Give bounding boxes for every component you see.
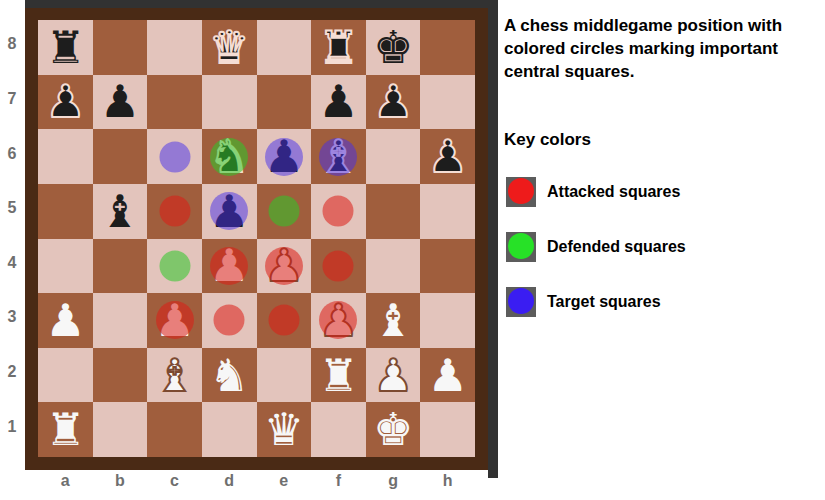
square-c6[interactable] <box>147 129 202 184</box>
overlay-circle-red <box>268 305 299 336</box>
overlay-circle-red <box>214 305 245 336</box>
legend-swatch-square <box>506 177 536 207</box>
square-e7[interactable] <box>257 75 312 130</box>
piece-black-bishop: ♝ <box>100 189 140 234</box>
rank-label-3: 3 <box>2 308 22 326</box>
overlay-circle-blue <box>159 141 190 172</box>
square-a8[interactable]: ♜ <box>38 20 93 75</box>
square-c2[interactable]: ♝ <box>147 348 202 403</box>
square-c3[interactable]: ♟ <box>147 293 202 348</box>
square-g7[interactable]: ♟ <box>366 75 421 130</box>
piece-black-king: ♚ <box>373 25 413 70</box>
rank-label-6: 6 <box>2 145 22 163</box>
overlay-circle-red <box>323 196 354 227</box>
square-e2[interactable] <box>257 348 312 403</box>
legend-swatch-square <box>506 232 536 262</box>
square-g5[interactable] <box>366 184 421 239</box>
square-b2[interactable] <box>93 348 148 403</box>
square-e6[interactable]: ♟ <box>257 129 312 184</box>
square-f8[interactable]: ♜ <box>311 20 366 75</box>
square-b4[interactable] <box>93 239 148 294</box>
square-f4[interactable] <box>311 239 366 294</box>
square-c7[interactable] <box>147 75 202 130</box>
legend-swatch-square <box>506 287 536 317</box>
square-b6[interactable] <box>93 129 148 184</box>
square-d4[interactable]: ♟ <box>202 239 257 294</box>
square-a6[interactable] <box>38 129 93 184</box>
piece-black-pawn: ♟ <box>100 79 140 124</box>
piece-white-queen: ♛ <box>264 407 304 452</box>
piece-white-pawn: ♟ <box>209 243 249 288</box>
square-d1[interactable] <box>202 402 257 457</box>
overlay-circle-green <box>159 250 190 281</box>
square-e5[interactable] <box>257 184 312 239</box>
square-h4[interactable] <box>420 239 475 294</box>
square-e8[interactable] <box>257 20 312 75</box>
piece-white-rook: ♜ <box>45 407 85 452</box>
piece-white-pawn: ♟ <box>318 298 358 343</box>
board-edge-right <box>488 0 498 478</box>
piece-black-rook: ♜ <box>318 25 358 70</box>
square-g4[interactable] <box>366 239 421 294</box>
file-label-e: e <box>274 472 294 490</box>
square-f2[interactable]: ♜ <box>311 348 366 403</box>
square-g8[interactable]: ♚ <box>366 20 421 75</box>
piece-white-pawn: ♟ <box>428 353 468 398</box>
square-g6[interactable] <box>366 129 421 184</box>
square-b7[interactable]: ♟ <box>93 75 148 130</box>
square-a7[interactable]: ♟ <box>38 75 93 130</box>
square-b3[interactable] <box>93 293 148 348</box>
square-d8[interactable]: ♛ <box>202 20 257 75</box>
square-d6[interactable]: ♞ <box>202 129 257 184</box>
info-panel: A chess middlegame position with colored… <box>504 14 822 83</box>
square-h3[interactable] <box>420 293 475 348</box>
square-a4[interactable] <box>38 239 93 294</box>
green-circle-icon <box>508 233 534 259</box>
piece-white-bishop: ♝ <box>373 298 413 343</box>
square-d3[interactable] <box>202 293 257 348</box>
piece-white-pawn: ♟ <box>264 243 304 288</box>
square-f3[interactable]: ♟ <box>311 293 366 348</box>
square-c4[interactable] <box>147 239 202 294</box>
square-f1[interactable] <box>311 402 366 457</box>
file-label-h: h <box>438 472 458 490</box>
square-h2[interactable]: ♟ <box>420 348 475 403</box>
legend-label: Defended squares <box>547 238 686 256</box>
overlay-circle-green <box>268 196 299 227</box>
file-label-f: f <box>328 472 348 490</box>
square-f6[interactable]: ♝ <box>311 129 366 184</box>
file-label-g: g <box>383 472 403 490</box>
square-e3[interactable] <box>257 293 312 348</box>
piece-black-knight: ♞ <box>209 134 249 179</box>
piece-white-king: ♚ <box>373 407 413 452</box>
piece-black-pawn: ♟ <box>373 79 413 124</box>
overlay-circle-red <box>159 196 190 227</box>
legend-item-blue: Target squares <box>506 286 661 318</box>
legend-item-red: Attacked squares <box>506 176 680 208</box>
square-g1[interactable]: ♚ <box>366 402 421 457</box>
square-a2[interactable] <box>38 348 93 403</box>
square-d7[interactable] <box>202 75 257 130</box>
legend-label: Attacked squares <box>547 183 680 201</box>
square-g3[interactable]: ♝ <box>366 293 421 348</box>
file-label-b: b <box>110 472 130 490</box>
intro-text: A chess middlegame position with colored… <box>504 14 822 83</box>
square-a3[interactable]: ♟ <box>38 293 93 348</box>
piece-black-pawn: ♟ <box>318 79 358 124</box>
board-edge-top <box>25 0 498 8</box>
legend-label: Target squares <box>547 293 661 311</box>
piece-white-pawn: ♟ <box>154 298 194 343</box>
piece-black-queen: ♛ <box>209 25 249 70</box>
square-b8[interactable] <box>93 20 148 75</box>
square-b5[interactable]: ♝ <box>93 184 148 239</box>
square-e1[interactable]: ♛ <box>257 402 312 457</box>
square-c8[interactable] <box>147 20 202 75</box>
overlay-circle-red <box>323 250 354 281</box>
piece-black-rook: ♜ <box>45 25 85 70</box>
square-h1[interactable] <box>420 402 475 457</box>
square-h8[interactable] <box>420 20 475 75</box>
piece-black-pawn: ♟ <box>264 134 304 179</box>
chessboard-grid: ♜♛♜♚♟♟♟♟♞♟♝♟♝♟♟♟♟♟♟♝♝♞♜♟♟♜♛♚ <box>38 20 475 457</box>
rank-label-5: 5 <box>2 199 22 217</box>
chessboard-frame: ♜♛♜♚♟♟♟♟♞♟♝♟♝♟♟♟♟♟♟♝♝♞♜♟♟♜♛♚ <box>25 8 488 470</box>
square-h7[interactable] <box>420 75 475 130</box>
piece-white-pawn: ♟ <box>373 353 413 398</box>
square-d2[interactable]: ♞ <box>202 348 257 403</box>
square-g2[interactable]: ♟ <box>366 348 421 403</box>
square-d5[interactable]: ♟ <box>202 184 257 239</box>
file-label-a: a <box>55 472 75 490</box>
piece-black-pawn: ♟ <box>428 134 468 179</box>
file-label-d: d <box>219 472 239 490</box>
piece-black-pawn: ♟ <box>209 189 249 234</box>
piece-white-knight: ♞ <box>209 353 249 398</box>
square-b1[interactable] <box>93 402 148 457</box>
piece-white-bishop: ♝ <box>154 353 194 398</box>
square-h5[interactable] <box>420 184 475 239</box>
piece-white-rook: ♜ <box>318 353 358 398</box>
rank-label-1: 1 <box>2 418 22 436</box>
square-c1[interactable] <box>147 402 202 457</box>
legend-item-green: Defended squares <box>506 231 686 263</box>
rank-label-8: 8 <box>2 35 22 53</box>
file-label-c: c <box>165 472 185 490</box>
rank-label-7: 7 <box>2 90 22 108</box>
square-c5[interactable] <box>147 184 202 239</box>
blue-circle-icon <box>508 288 534 314</box>
piece-black-pawn: ♟ <box>45 79 85 124</box>
red-circle-icon <box>508 178 534 204</box>
square-a1[interactable]: ♜ <box>38 402 93 457</box>
piece-black-bishop: ♝ <box>318 134 358 179</box>
square-a5[interactable] <box>38 184 93 239</box>
square-e4[interactable]: ♟ <box>257 239 312 294</box>
rank-label-2: 2 <box>2 363 22 381</box>
rank-label-4: 4 <box>2 254 22 272</box>
square-f7[interactable]: ♟ <box>311 75 366 130</box>
square-h6[interactable]: ♟ <box>420 129 475 184</box>
piece-white-pawn: ♟ <box>45 298 85 343</box>
square-f5[interactable] <box>311 184 366 239</box>
legend-title: Key colors <box>504 130 591 150</box>
